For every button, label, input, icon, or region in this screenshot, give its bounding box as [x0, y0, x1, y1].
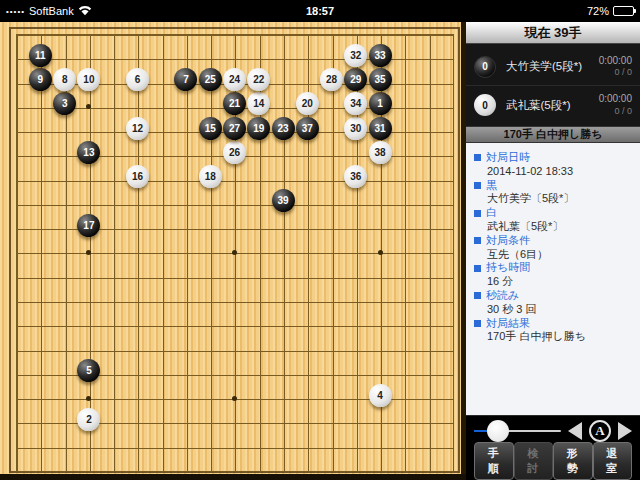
info-label: 持ち時間 — [474, 261, 632, 275]
stone-white-6: 6 — [126, 68, 149, 91]
intersection: 18 — [198, 168, 222, 192]
intersection: 35 — [368, 71, 392, 95]
stone-black-35: 35 — [369, 68, 392, 91]
stone-black-23: 23 — [272, 117, 295, 140]
player-row-black: 0 大竹美学(5段*) 0:00:00 0 / 0 — [466, 48, 640, 86]
function-buttons-row: 手順 検討 形勢 退室 — [474, 442, 632, 480]
stone-black-3: 3 — [53, 92, 76, 115]
info-value: 互先（6目） — [474, 248, 632, 262]
stone-black-27: 27 — [223, 117, 246, 140]
star-point — [222, 240, 246, 264]
stone-white-32: 32 — [344, 44, 367, 67]
stone-black-1: 1 — [369, 92, 392, 115]
intersection: 28 — [319, 71, 343, 95]
intersection: 5 — [77, 362, 101, 386]
player-row-white: 0 武礼葉(5段*) 0:00:00 0 / 0 — [466, 86, 640, 124]
intersection: 30 — [344, 119, 368, 143]
intersection: 10 — [77, 71, 101, 95]
info-label: 白 — [474, 206, 632, 220]
info-value: 30 秒 3 回 — [474, 303, 632, 317]
intersection: 22 — [247, 71, 271, 95]
stone-white-16: 16 — [126, 165, 149, 188]
intersection: 3 — [53, 95, 77, 119]
info-value: 16 分 — [474, 275, 632, 289]
intersection: 11 — [28, 46, 52, 70]
game-result-bar: 170手 白中押し勝ち — [466, 126, 640, 143]
intersection: 31 — [368, 119, 392, 143]
stone-white-2: 2 — [77, 408, 100, 431]
intersection: 7 — [174, 71, 198, 95]
stone-black-37: 37 — [296, 117, 319, 140]
go-board[interactable]: 1234567891011121314151617181920212223242… — [0, 22, 466, 480]
stone-black-19: 19 — [247, 117, 270, 140]
info-label: 対局条件 — [474, 234, 632, 248]
intersection: 21 — [222, 95, 246, 119]
stone-white-30: 30 — [344, 117, 367, 140]
intersection: 24 — [222, 71, 246, 95]
stone-black-9: 9 — [29, 68, 52, 91]
star-point — [77, 95, 101, 119]
clock-time: 18:57 — [0, 5, 640, 17]
board-edge-bottom — [0, 474, 466, 480]
intersection: 16 — [125, 168, 149, 192]
info-label: 黒 — [474, 179, 632, 193]
intersection: 12 — [125, 119, 149, 143]
stone-black-29: 29 — [344, 68, 367, 91]
stone-white-18: 18 — [199, 165, 222, 188]
black-captures-stone-icon: 0 — [474, 56, 496, 78]
bullet-icon — [474, 210, 481, 217]
intersection: 27 — [222, 119, 246, 143]
info-label: 対局日時 — [474, 151, 632, 165]
black-player-time: 0:00:00 0 / 0 — [599, 55, 632, 79]
stone-white-24: 24 — [223, 68, 246, 91]
white-captures-stone-icon: 0 — [474, 94, 496, 116]
autoplay-button[interactable]: A — [589, 420, 611, 442]
stone-white-36: 36 — [344, 165, 367, 188]
white-player-name: 武礼葉(5段*) — [506, 98, 599, 113]
white-player-time: 0:00:00 0 / 0 — [599, 93, 632, 117]
stone-white-20: 20 — [296, 92, 319, 115]
intersection: 39 — [271, 192, 295, 216]
stone-white-12: 12 — [126, 117, 149, 140]
intersection: 26 — [222, 143, 246, 167]
previous-move-button[interactable] — [568, 422, 582, 440]
info-label: 対局結果 — [474, 317, 632, 331]
playback-controls: A 手順 検討 形勢 退室 — [466, 415, 640, 480]
bullet-icon — [474, 320, 481, 327]
star-point — [222, 386, 246, 410]
intersection: 19 — [247, 119, 271, 143]
intersection: 20 — [295, 95, 319, 119]
intersection: 4 — [368, 386, 392, 410]
black-periods: 0 / 0 — [599, 67, 632, 78]
stone-white-8: 8 — [53, 68, 76, 91]
status-bar: ••••• SoftBank 18:57 72% — [0, 0, 640, 22]
intersection: 29 — [344, 71, 368, 95]
stone-white-26: 26 — [223, 141, 246, 164]
stone-black-39: 39 — [272, 189, 295, 212]
intersection: 1 — [368, 95, 392, 119]
intersection: 17 — [77, 216, 101, 240]
stone-black-11: 11 — [29, 44, 52, 67]
moves-button[interactable]: 手順 — [474, 442, 514, 480]
intersection: 6 — [125, 71, 149, 95]
battery-percent-label: 72% — [587, 5, 609, 17]
score-estimate-button[interactable]: 形勢 — [553, 442, 593, 480]
transport-row: A — [474, 420, 632, 442]
intersection: 2 — [77, 410, 101, 434]
intersection: 38 — [368, 143, 392, 167]
stone-white-38: 38 — [369, 141, 392, 164]
intersection: 37 — [295, 119, 319, 143]
stone-white-4: 4 — [369, 384, 392, 407]
intersection: 9 — [28, 71, 52, 95]
intersection: 23 — [271, 119, 295, 143]
stone-black-13: 13 — [77, 141, 100, 164]
game-info-panel: 対局日時 2014-11-02 18:33 黒 大竹美学〔5段*〕 白 武礼葉〔… — [466, 143, 640, 415]
next-move-button[interactable] — [618, 422, 632, 440]
info-value: 大竹美学〔5段*〕 — [474, 192, 632, 206]
info-label: 秒読み — [474, 289, 632, 303]
intersection: 32 — [344, 46, 368, 70]
app-screen: ••••• SoftBank 18:57 72% 123456789101112… — [0, 0, 640, 480]
analyze-button[interactable]: 検討 — [514, 442, 554, 480]
players-panel: 0 大竹美学(5段*) 0:00:00 0 / 0 0 武礼葉(5段*) 0:0… — [466, 44, 640, 126]
stone-black-33: 33 — [369, 44, 392, 67]
intersection: 25 — [198, 71, 222, 95]
stone-black-25: 25 — [199, 68, 222, 91]
info-value: 2014-11-02 18:33 — [474, 165, 632, 179]
black-clock: 0:00:00 — [599, 55, 632, 68]
current-move-header: 現在 39手 — [466, 22, 640, 44]
bullet-icon — [474, 292, 481, 299]
star-point — [368, 240, 392, 264]
white-periods: 0 / 0 — [599, 106, 632, 117]
stone-white-28: 28 — [320, 68, 343, 91]
leave-room-button[interactable]: 退室 — [593, 442, 633, 480]
black-player-name: 大竹美学(5段*) — [506, 59, 599, 74]
stone-black-5: 5 — [77, 359, 100, 382]
bullet-icon — [474, 237, 481, 244]
white-clock: 0:00:00 — [599, 93, 632, 106]
intersection: 13 — [77, 143, 101, 167]
move-slider[interactable] — [474, 420, 561, 442]
intersection: 14 — [247, 95, 271, 119]
intersection: 34 — [344, 95, 368, 119]
stone-white-14: 14 — [247, 92, 270, 115]
bullet-icon — [474, 265, 481, 272]
info-value: 170手 白中押し勝ち — [474, 330, 632, 344]
intersection: 15 — [198, 119, 222, 143]
bullet-icon — [474, 154, 481, 161]
battery-icon — [613, 6, 634, 16]
stone-black-15: 15 — [199, 117, 222, 140]
info-value: 武礼葉〔5段*〕 — [474, 220, 632, 234]
intersection: 8 — [53, 71, 77, 95]
star-point — [77, 240, 101, 264]
bullet-icon — [474, 182, 481, 189]
stone-white-10: 10 — [77, 68, 100, 91]
stone-white-34: 34 — [344, 92, 367, 115]
stone-black-21: 21 — [223, 92, 246, 115]
slider-knob[interactable] — [487, 420, 509, 442]
star-point — [77, 386, 101, 410]
intersection: 36 — [344, 168, 368, 192]
board-grid[interactable]: 1234567891011121314151617181920212223242… — [4, 22, 466, 480]
status-right: 72% — [587, 0, 634, 22]
stone-black-17: 17 — [77, 214, 100, 237]
intersection: 33 — [368, 46, 392, 70]
stone-black-7: 7 — [174, 68, 197, 91]
sidebar: 現在 39手 0 大竹美学(5段*) 0:00:00 0 / 0 0 武礼葉(5… — [466, 22, 640, 480]
stone-white-22: 22 — [247, 68, 270, 91]
stone-black-31: 31 — [369, 117, 392, 140]
